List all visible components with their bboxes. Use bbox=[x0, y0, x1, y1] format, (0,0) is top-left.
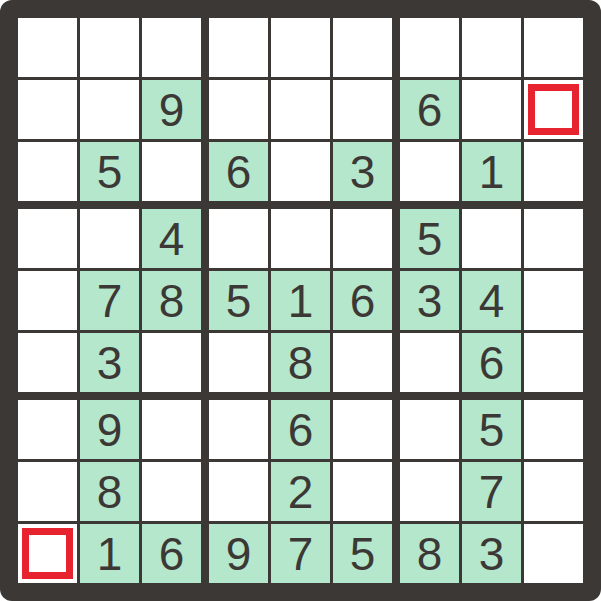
cell-r6c8[interactable]: 6 bbox=[462, 333, 521, 392]
cell-r6c1[interactable] bbox=[18, 333, 77, 392]
cell-r5c5[interactable]: 1 bbox=[271, 271, 330, 330]
cell-r8c1[interactable] bbox=[18, 462, 77, 521]
given-digit: 5 bbox=[97, 149, 123, 195]
cell-r4c3[interactable]: 4 bbox=[142, 209, 201, 268]
cell-r9c6[interactable]: 5 bbox=[333, 524, 392, 583]
cell-r4c5[interactable] bbox=[271, 209, 330, 268]
cell-r2c2[interactable] bbox=[80, 80, 139, 139]
cell-r1c3[interactable] bbox=[142, 18, 201, 77]
cell-r1c6[interactable] bbox=[333, 18, 392, 77]
cell-r8c5[interactable]: 2 bbox=[271, 462, 330, 521]
cell-r1c7[interactable] bbox=[400, 18, 459, 77]
given-digit: 3 bbox=[97, 340, 123, 386]
cell-r5c4[interactable]: 5 bbox=[209, 271, 268, 330]
given-digit: 3 bbox=[417, 278, 443, 324]
cell-r2c6[interactable] bbox=[333, 80, 392, 139]
cell-r4c1[interactable] bbox=[18, 209, 77, 268]
given-digit: 7 bbox=[479, 469, 505, 515]
cell-r1c9[interactable] bbox=[524, 18, 583, 77]
given-digit: 9 bbox=[159, 87, 185, 133]
cell-r4c8[interactable] bbox=[462, 209, 521, 268]
cell-r9c4[interactable]: 9 bbox=[209, 524, 268, 583]
cell-r9c8[interactable]: 3 bbox=[462, 524, 521, 583]
cell-r3c5[interactable] bbox=[271, 142, 330, 201]
given-digit: 8 bbox=[159, 278, 185, 324]
cell-r3c6[interactable]: 3 bbox=[333, 142, 392, 201]
given-digit: 6 bbox=[417, 87, 443, 133]
cell-r8c2[interactable]: 8 bbox=[80, 462, 139, 521]
given-digit: 8 bbox=[417, 531, 443, 577]
cell-r6c7[interactable] bbox=[400, 333, 459, 392]
given-digit: 9 bbox=[97, 407, 123, 453]
given-digit: 6 bbox=[479, 340, 505, 386]
cell-r9c5[interactable]: 7 bbox=[271, 524, 330, 583]
cell-r5c1[interactable] bbox=[18, 271, 77, 330]
cell-r5c2[interactable]: 7 bbox=[80, 271, 139, 330]
given-digit: 7 bbox=[288, 531, 314, 577]
cell-r2c4[interactable] bbox=[209, 80, 268, 139]
given-digit: 5 bbox=[479, 407, 505, 453]
cell-r8c7[interactable] bbox=[400, 462, 459, 521]
cell-r8c9[interactable] bbox=[524, 462, 583, 521]
given-digit: 7 bbox=[97, 278, 123, 324]
cell-r2c5[interactable] bbox=[271, 80, 330, 139]
cell-r5c6[interactable]: 6 bbox=[333, 271, 392, 330]
cell-r5c3[interactable]: 8 bbox=[142, 271, 201, 330]
cell-r3c4[interactable]: 6 bbox=[209, 142, 268, 201]
cell-r6c3[interactable] bbox=[142, 333, 201, 392]
cell-r4c2[interactable] bbox=[80, 209, 139, 268]
cell-r7c7[interactable] bbox=[400, 400, 459, 459]
given-digit: 6 bbox=[226, 149, 252, 195]
given-digit: 1 bbox=[479, 149, 505, 195]
cell-r6c5[interactable]: 8 bbox=[271, 333, 330, 392]
highlight-box bbox=[22, 528, 73, 579]
cell-r9c7[interactable]: 8 bbox=[400, 524, 459, 583]
cell-r1c5[interactable] bbox=[271, 18, 330, 77]
cell-r1c2[interactable] bbox=[80, 18, 139, 77]
cell-r7c6[interactable] bbox=[333, 400, 392, 459]
cell-r5c9[interactable] bbox=[524, 271, 583, 330]
cell-r8c3[interactable] bbox=[142, 462, 201, 521]
cell-r9c1[interactable] bbox=[18, 524, 77, 583]
cell-r5c7[interactable]: 3 bbox=[400, 271, 459, 330]
cell-r9c2[interactable]: 1 bbox=[80, 524, 139, 583]
cell-r4c9[interactable] bbox=[524, 209, 583, 268]
given-digit: 8 bbox=[288, 340, 314, 386]
given-digit: 2 bbox=[288, 469, 314, 515]
given-digit: 3 bbox=[350, 149, 376, 195]
cell-r2c3[interactable]: 9 bbox=[142, 80, 201, 139]
cell-r7c4[interactable] bbox=[209, 400, 268, 459]
cell-r2c7[interactable]: 6 bbox=[400, 80, 459, 139]
cell-r6c4[interactable] bbox=[209, 333, 268, 392]
cell-r3c7[interactable] bbox=[400, 142, 459, 201]
cell-r3c8[interactable]: 1 bbox=[462, 142, 521, 201]
cell-r9c9[interactable] bbox=[524, 524, 583, 583]
cell-r7c2[interactable]: 9 bbox=[80, 400, 139, 459]
sudoku-board: 9656314578516343869658271697583 bbox=[0, 0, 601, 601]
given-digit: 4 bbox=[479, 278, 505, 324]
cell-r3c2[interactable]: 5 bbox=[80, 142, 139, 201]
cell-r4c7[interactable]: 5 bbox=[400, 209, 459, 268]
highlight-box bbox=[528, 84, 579, 135]
cell-r1c1[interactable] bbox=[18, 18, 77, 77]
cell-r3c9[interactable] bbox=[524, 142, 583, 201]
cell-r2c9[interactable] bbox=[524, 80, 583, 139]
cell-r1c4[interactable] bbox=[209, 18, 268, 77]
cell-r2c1[interactable] bbox=[18, 80, 77, 139]
given-digit: 5 bbox=[226, 278, 252, 324]
cell-r1c8[interactable] bbox=[462, 18, 521, 77]
given-digit: 5 bbox=[350, 531, 376, 577]
given-digit: 6 bbox=[350, 278, 376, 324]
cell-r7c5[interactable]: 6 bbox=[271, 400, 330, 459]
given-digit: 8 bbox=[97, 469, 123, 515]
cell-r7c9[interactable] bbox=[524, 400, 583, 459]
given-digit: 3 bbox=[479, 531, 505, 577]
sudoku-grid: 9656314578516343869658271697583 bbox=[18, 18, 583, 583]
cell-r8c4[interactable] bbox=[209, 462, 268, 521]
cell-r6c9[interactable] bbox=[524, 333, 583, 392]
given-digit: 6 bbox=[288, 407, 314, 453]
cell-r7c3[interactable] bbox=[142, 400, 201, 459]
given-digit: 1 bbox=[288, 278, 314, 324]
cell-r4c6[interactable] bbox=[333, 209, 392, 268]
cell-r7c1[interactable] bbox=[18, 400, 77, 459]
cell-r3c3[interactable] bbox=[142, 142, 201, 201]
cell-r7c8[interactable]: 5 bbox=[462, 400, 521, 459]
given-digit: 5 bbox=[417, 216, 443, 262]
cell-r5c8[interactable]: 4 bbox=[462, 271, 521, 330]
cell-r8c8[interactable]: 7 bbox=[462, 462, 521, 521]
cell-r9c3[interactable]: 6 bbox=[142, 524, 201, 583]
given-digit: 4 bbox=[159, 216, 185, 262]
cell-r2c8[interactable] bbox=[462, 80, 521, 139]
cell-r8c6[interactable] bbox=[333, 462, 392, 521]
cell-r6c6[interactable] bbox=[333, 333, 392, 392]
given-digit: 6 bbox=[159, 531, 185, 577]
cell-r3c1[interactable] bbox=[18, 142, 77, 201]
given-digit: 9 bbox=[226, 531, 252, 577]
given-digit: 1 bbox=[97, 531, 123, 577]
cell-r6c2[interactable]: 3 bbox=[80, 333, 139, 392]
cell-r4c4[interactable] bbox=[209, 209, 268, 268]
sudoku-app: 9656314578516343869658271697583 bbox=[0, 0, 601, 601]
